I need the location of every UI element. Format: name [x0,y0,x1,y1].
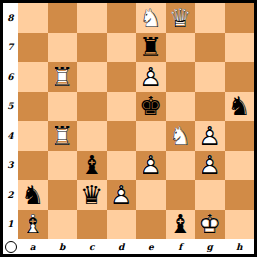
square-a3[interactable] [18,151,48,181]
square-g4[interactable]: ♟♙ [195,121,225,151]
square-h8[interactable] [225,3,255,33]
square-e2[interactable] [136,180,166,210]
rank-label-3: 3 [3,151,18,181]
square-b1[interactable] [48,210,78,240]
white-pawn-piece: ♟♙ [136,151,166,181]
white-rook-piece: ♜♖ [48,62,78,92]
square-f7[interactable] [166,33,196,63]
square-d4[interactable] [107,121,137,151]
square-f3[interactable] [166,151,196,181]
file-label-a: a [18,239,48,254]
turn-indicator-cell [3,239,18,254]
black-queen-piece: ♛ [77,180,107,210]
white-queen-piece: ♛♕ [166,3,196,33]
square-e5[interactable]: ♚ [136,92,166,122]
chess-board: ♞♘♛♕♜♜♖♟♙♚♞♜♖♞♘♟♙♝♟♙♟♙♞♛♟♙♝♗♝♚♔ [18,3,254,239]
square-b8[interactable] [48,3,78,33]
rank-labels: 87654321 [3,3,18,239]
square-a4[interactable] [18,121,48,151]
square-d6[interactable] [107,62,137,92]
black-knight-piece: ♞ [225,92,255,122]
file-label-d: d [107,239,137,254]
black-bishop-piece: ♝ [166,210,196,240]
square-d8[interactable] [107,3,137,33]
white-pawn-piece: ♟♙ [107,180,137,210]
square-f4[interactable]: ♞♘ [166,121,196,151]
file-label-g: g [195,239,225,254]
square-f6[interactable] [166,62,196,92]
square-c7[interactable] [77,33,107,63]
file-label-b: b [48,239,78,254]
square-b6[interactable]: ♜♖ [48,62,78,92]
square-g2[interactable] [195,180,225,210]
square-a5[interactable] [18,92,48,122]
square-h5[interactable]: ♞ [225,92,255,122]
file-label-e: e [136,239,166,254]
white-rook-piece: ♜♖ [48,121,78,151]
square-e7[interactable]: ♜ [136,33,166,63]
file-label-c: c [77,239,107,254]
square-d2[interactable]: ♟♙ [107,180,137,210]
rank-label-4: 4 [3,121,18,151]
file-label-f: f [166,239,196,254]
white-bishop-piece: ♝♗ [18,210,48,240]
file-labels: abcdefgh [18,239,254,254]
square-g8[interactable] [195,3,225,33]
rank-label-6: 6 [3,62,18,92]
square-h6[interactable] [225,62,255,92]
square-d5[interactable] [107,92,137,122]
square-c4[interactable] [77,121,107,151]
square-h1[interactable] [225,210,255,240]
square-h7[interactable] [225,33,255,63]
square-g1[interactable]: ♚♔ [195,210,225,240]
black-knight-piece: ♞ [18,180,48,210]
white-to-move-indicator [5,241,17,253]
square-c6[interactable] [77,62,107,92]
square-a7[interactable] [18,33,48,63]
square-d1[interactable] [107,210,137,240]
square-f2[interactable] [166,180,196,210]
square-f1[interactable]: ♝ [166,210,196,240]
white-pawn-piece: ♟♙ [136,62,166,92]
square-d7[interactable] [107,33,137,63]
square-e6[interactable]: ♟♙ [136,62,166,92]
square-c5[interactable] [77,92,107,122]
square-b7[interactable] [48,33,78,63]
square-a1[interactable]: ♝♗ [18,210,48,240]
square-g5[interactable] [195,92,225,122]
square-e1[interactable] [136,210,166,240]
square-c3[interactable]: ♝ [77,151,107,181]
square-h3[interactable] [225,151,255,181]
white-pawn-piece: ♟♙ [195,121,225,151]
rank-label-7: 7 [3,33,18,63]
square-c2[interactable]: ♛ [77,180,107,210]
square-h2[interactable] [225,180,255,210]
chess-diagram: 87654321 ♞♘♛♕♜♜♖♟♙♚♞♜♖♞♘♟♙♝♟♙♟♙♞♛♟♙♝♗♝♚♔… [0,0,257,257]
square-a8[interactable] [18,3,48,33]
white-king-piece: ♚♔ [195,210,225,240]
square-e8[interactable]: ♞♘ [136,3,166,33]
black-king-piece: ♚ [136,92,166,122]
square-a2[interactable]: ♞ [18,180,48,210]
rank-label-5: 5 [3,92,18,122]
square-c1[interactable] [77,210,107,240]
black-rook-piece: ♜ [136,33,166,63]
square-d3[interactable] [107,151,137,181]
square-b2[interactable] [48,180,78,210]
square-f5[interactable] [166,92,196,122]
white-pawn-piece: ♟♙ [195,151,225,181]
square-g7[interactable] [195,33,225,63]
rank-label-2: 2 [3,180,18,210]
file-label-h: h [225,239,255,254]
square-b3[interactable] [48,151,78,181]
square-b4[interactable]: ♜♖ [48,121,78,151]
square-c8[interactable] [77,3,107,33]
white-knight-piece: ♞♘ [136,3,166,33]
white-knight-piece: ♞♘ [166,121,196,151]
square-g6[interactable] [195,62,225,92]
square-f8[interactable]: ♛♕ [166,3,196,33]
square-g3[interactable]: ♟♙ [195,151,225,181]
square-h4[interactable] [225,121,255,151]
square-b5[interactable] [48,92,78,122]
rank-label-1: 1 [3,210,18,240]
rank-label-8: 8 [3,3,18,33]
square-e3[interactable]: ♟♙ [136,151,166,181]
square-a6[interactable] [18,62,48,92]
square-e4[interactable] [136,121,166,151]
black-bishop-piece: ♝ [77,151,107,181]
